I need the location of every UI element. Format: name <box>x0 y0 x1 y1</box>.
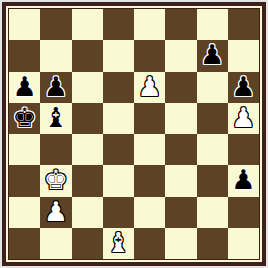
square-g6[interactable] <box>197 72 228 103</box>
square-d5[interactable] <box>103 103 134 134</box>
piece-white-pawn[interactable]: ♟ <box>231 104 255 131</box>
square-c7[interactable] <box>72 40 103 71</box>
square-c8[interactable] <box>72 9 103 40</box>
square-g4[interactable] <box>197 134 228 165</box>
piece-black-bishop[interactable]: ♝ <box>44 104 68 131</box>
square-h7[interactable] <box>228 40 259 71</box>
board-mat: ♟♟♟♟♟♚♝♟♚♟♟♝ <box>6 6 262 262</box>
square-f5[interactable] <box>165 103 196 134</box>
square-c4[interactable] <box>72 134 103 165</box>
square-d6[interactable] <box>103 72 134 103</box>
square-d8[interactable] <box>103 9 134 40</box>
square-e5[interactable] <box>134 103 165 134</box>
square-g5[interactable] <box>197 103 228 134</box>
square-d1[interactable]: ♝ <box>103 228 134 259</box>
square-h3[interactable]: ♟ <box>228 165 259 196</box>
square-a4[interactable] <box>9 134 40 165</box>
piece-white-king[interactable]: ♚ <box>44 166 68 193</box>
square-f8[interactable] <box>165 9 196 40</box>
piece-white-pawn[interactable]: ♟ <box>138 73 162 100</box>
chess-board: ♟♟♟♟♟♚♝♟♚♟♟♝ <box>8 8 260 260</box>
board-frame: ♟♟♟♟♟♚♝♟♚♟♟♝ <box>2 2 266 266</box>
square-a2[interactable] <box>9 197 40 228</box>
piece-black-pawn[interactable]: ♟ <box>200 41 224 68</box>
square-b3[interactable]: ♚ <box>40 165 71 196</box>
square-d4[interactable] <box>103 134 134 165</box>
square-e6[interactable]: ♟ <box>134 72 165 103</box>
square-h5[interactable]: ♟ <box>228 103 259 134</box>
square-b2[interactable]: ♟ <box>40 197 71 228</box>
square-h6[interactable]: ♟ <box>228 72 259 103</box>
square-c5[interactable] <box>72 103 103 134</box>
square-b5[interactable]: ♝ <box>40 103 71 134</box>
square-d7[interactable] <box>103 40 134 71</box>
square-e2[interactable] <box>134 197 165 228</box>
square-e7[interactable] <box>134 40 165 71</box>
square-b1[interactable] <box>40 228 71 259</box>
square-a7[interactable] <box>9 40 40 71</box>
square-e1[interactable] <box>134 228 165 259</box>
square-h2[interactable] <box>228 197 259 228</box>
square-a1[interactable] <box>9 228 40 259</box>
square-a6[interactable]: ♟ <box>9 72 40 103</box>
square-b8[interactable] <box>40 9 71 40</box>
square-f4[interactable] <box>165 134 196 165</box>
square-f7[interactable] <box>165 40 196 71</box>
square-h4[interactable] <box>228 134 259 165</box>
square-b7[interactable] <box>40 40 71 71</box>
square-d2[interactable] <box>103 197 134 228</box>
square-f3[interactable] <box>165 165 196 196</box>
square-e8[interactable] <box>134 9 165 40</box>
square-g2[interactable] <box>197 197 228 228</box>
square-d3[interactable] <box>103 165 134 196</box>
square-c1[interactable] <box>72 228 103 259</box>
piece-black-pawn[interactable]: ♟ <box>13 73 37 100</box>
piece-black-king[interactable]: ♚ <box>13 104 37 131</box>
square-a5[interactable]: ♚ <box>9 103 40 134</box>
square-a8[interactable] <box>9 9 40 40</box>
square-h1[interactable] <box>228 228 259 259</box>
square-g7[interactable]: ♟ <box>197 40 228 71</box>
piece-white-pawn[interactable]: ♟ <box>44 198 68 225</box>
square-h8[interactable] <box>228 9 259 40</box>
square-b4[interactable] <box>40 134 71 165</box>
square-c2[interactable] <box>72 197 103 228</box>
square-g8[interactable] <box>197 9 228 40</box>
square-f1[interactable] <box>165 228 196 259</box>
square-e3[interactable] <box>134 165 165 196</box>
square-c3[interactable] <box>72 165 103 196</box>
square-e4[interactable] <box>134 134 165 165</box>
square-f2[interactable] <box>165 197 196 228</box>
piece-white-bishop[interactable]: ♝ <box>106 229 130 256</box>
square-f6[interactable] <box>165 72 196 103</box>
square-a3[interactable] <box>9 165 40 196</box>
square-g1[interactable] <box>197 228 228 259</box>
square-b6[interactable]: ♟ <box>40 72 71 103</box>
piece-black-pawn[interactable]: ♟ <box>231 166 255 193</box>
board-window-edge: ♟♟♟♟♟♚♝♟♚♟♟♝ <box>0 0 268 268</box>
piece-black-pawn[interactable]: ♟ <box>231 73 255 100</box>
square-g3[interactable] <box>197 165 228 196</box>
square-c6[interactable] <box>72 72 103 103</box>
piece-black-pawn[interactable]: ♟ <box>44 73 68 100</box>
